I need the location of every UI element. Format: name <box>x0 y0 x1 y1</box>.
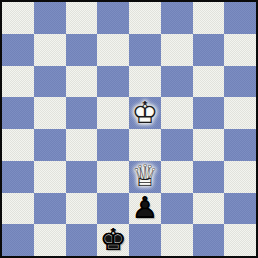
square-h2[interactable] <box>224 193 256 225</box>
square-b5[interactable] <box>34 97 66 129</box>
square-d2[interactable] <box>97 193 129 225</box>
square-c8[interactable] <box>66 2 98 34</box>
square-c5[interactable] <box>66 97 98 129</box>
square-d7[interactable] <box>97 34 129 66</box>
square-e2[interactable]: ♟♙ <box>129 193 161 225</box>
square-b4[interactable] <box>34 129 66 161</box>
square-g7[interactable] <box>193 34 225 66</box>
square-d8[interactable] <box>97 2 129 34</box>
square-e1[interactable] <box>129 224 161 256</box>
square-b1[interactable] <box>34 224 66 256</box>
square-e3[interactable]: ♛♕ <box>129 161 161 193</box>
square-a2[interactable] <box>2 193 34 225</box>
square-e8[interactable] <box>129 2 161 34</box>
square-d3[interactable] <box>97 161 129 193</box>
square-f4[interactable] <box>161 129 193 161</box>
square-h4[interactable] <box>224 129 256 161</box>
square-b6[interactable] <box>34 66 66 98</box>
square-h5[interactable] <box>224 97 256 129</box>
square-a4[interactable] <box>2 129 34 161</box>
square-e6[interactable] <box>129 66 161 98</box>
square-f1[interactable] <box>161 224 193 256</box>
square-c2[interactable] <box>66 193 98 225</box>
square-b2[interactable] <box>34 193 66 225</box>
white-queen: ♛♕ <box>129 161 161 193</box>
square-a3[interactable] <box>2 161 34 193</box>
square-a8[interactable] <box>2 2 34 34</box>
square-f6[interactable] <box>161 66 193 98</box>
black-pawn-outline: ♙ <box>129 193 161 225</box>
square-b8[interactable] <box>34 2 66 34</box>
square-a6[interactable] <box>2 66 34 98</box>
square-c3[interactable] <box>66 161 98 193</box>
square-e4[interactable] <box>129 129 161 161</box>
square-d5[interactable] <box>97 97 129 129</box>
square-a1[interactable] <box>2 224 34 256</box>
square-h6[interactable] <box>224 66 256 98</box>
square-c6[interactable] <box>66 66 98 98</box>
square-c4[interactable] <box>66 129 98 161</box>
black-king: ♚♔ <box>97 224 129 256</box>
square-e5[interactable]: ♚♔ <box>129 97 161 129</box>
square-h8[interactable] <box>224 2 256 34</box>
square-h7[interactable] <box>224 34 256 66</box>
square-h3[interactable] <box>224 161 256 193</box>
square-g1[interactable] <box>193 224 225 256</box>
white-king-outline: ♔ <box>129 97 161 129</box>
square-a7[interactable] <box>2 34 34 66</box>
square-g4[interactable] <box>193 129 225 161</box>
square-d6[interactable] <box>97 66 129 98</box>
square-f8[interactable] <box>161 2 193 34</box>
square-d4[interactable] <box>97 129 129 161</box>
black-pawn: ♟♙ <box>129 193 161 225</box>
square-b7[interactable] <box>34 34 66 66</box>
square-g8[interactable] <box>193 2 225 34</box>
square-g5[interactable] <box>193 97 225 129</box>
square-a5[interactable] <box>2 97 34 129</box>
square-g2[interactable] <box>193 193 225 225</box>
chess-board: ♚♔♛♕♟♙♚♔ <box>0 0 258 258</box>
square-c1[interactable] <box>66 224 98 256</box>
square-b3[interactable] <box>34 161 66 193</box>
white-king: ♚♔ <box>129 97 161 129</box>
square-g6[interactable] <box>193 66 225 98</box>
white-queen-outline: ♕ <box>129 161 161 193</box>
square-f3[interactable] <box>161 161 193 193</box>
square-f7[interactable] <box>161 34 193 66</box>
square-f2[interactable] <box>161 193 193 225</box>
square-e7[interactable] <box>129 34 161 66</box>
square-g3[interactable] <box>193 161 225 193</box>
square-f5[interactable] <box>161 97 193 129</box>
square-c7[interactable] <box>66 34 98 66</box>
square-h1[interactable] <box>224 224 256 256</box>
square-d1[interactable]: ♚♔ <box>97 224 129 256</box>
black-king-outline: ♔ <box>97 224 129 256</box>
